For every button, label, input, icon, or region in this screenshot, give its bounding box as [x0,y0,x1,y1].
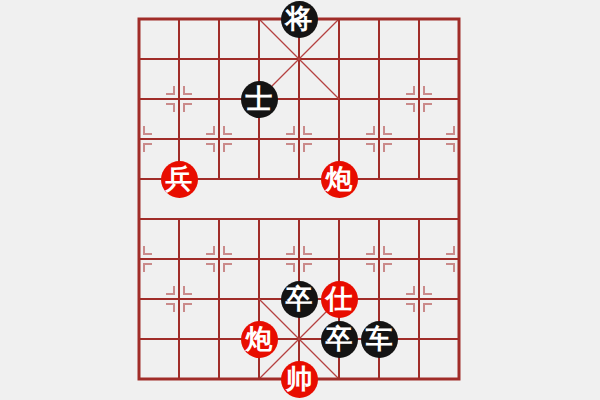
piece-red-advisor[interactable]: 仕 [321,281,358,318]
board-pieces: 将士兵炮卒仕炮卒车帅 [119,0,479,399]
piece-black-general[interactable]: 将 [281,1,318,38]
piece-black-soldier[interactable]: 卒 [281,281,318,318]
xiangqi-diagram: 将士兵炮卒仕炮卒车帅 [0,0,600,400]
piece-red-cannon[interactable]: 炮 [321,161,358,198]
piece-red-general[interactable]: 帅 [281,361,318,398]
piece-red-soldier[interactable]: 兵 [161,161,198,198]
piece-black-advisor[interactable]: 士 [241,81,278,118]
piece-red-cannon[interactable]: 炮 [241,321,278,358]
piece-black-chariot[interactable]: 车 [361,321,398,358]
piece-black-soldier[interactable]: 卒 [321,321,358,358]
